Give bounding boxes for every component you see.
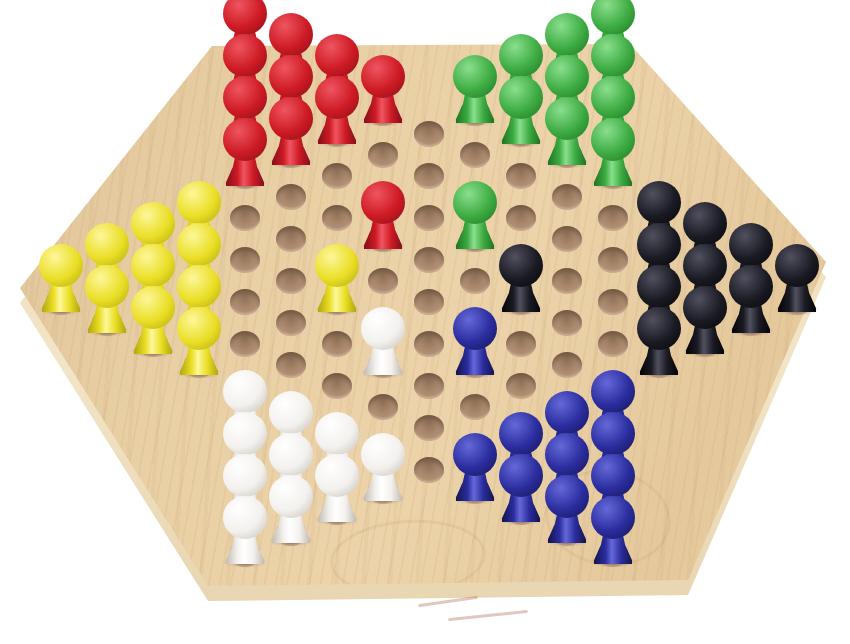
peg-head <box>361 307 405 350</box>
peg-red[interactable] <box>360 55 406 123</box>
peg-head <box>269 97 313 140</box>
peg-head <box>545 13 589 56</box>
peg-red[interactable] <box>222 118 268 186</box>
peg-white[interactable] <box>268 475 314 543</box>
peg-head <box>453 55 497 98</box>
peg-head <box>453 181 497 224</box>
peg-head <box>683 286 727 329</box>
peg-head <box>177 265 221 308</box>
peg-red[interactable] <box>314 76 360 144</box>
peg-head <box>545 97 589 140</box>
peg-head <box>223 118 267 161</box>
peg-head <box>269 13 313 56</box>
peg-green[interactable] <box>544 97 590 165</box>
peg-head <box>223 412 267 455</box>
peg-head <box>499 244 543 287</box>
peg-yellow[interactable] <box>84 265 130 333</box>
peg-head <box>361 181 405 224</box>
peg-head <box>223 454 267 497</box>
peg-head <box>131 286 175 329</box>
peg-head <box>39 244 83 287</box>
peg-head <box>591 118 635 161</box>
peg-head <box>269 391 313 434</box>
peg-black[interactable] <box>728 265 774 333</box>
peg-head <box>361 55 405 98</box>
peg-head <box>315 412 359 455</box>
peg-blue[interactable] <box>498 454 544 522</box>
peg-head <box>315 76 359 119</box>
peg-white[interactable] <box>314 454 360 522</box>
peg-head <box>223 0 267 35</box>
peg-red[interactable] <box>268 97 314 165</box>
peg-head <box>315 244 359 287</box>
peg-head <box>545 55 589 98</box>
peg-head <box>729 265 773 308</box>
peg-head <box>637 181 681 224</box>
peg-head <box>683 202 727 245</box>
peg-yellow[interactable] <box>314 244 360 312</box>
peg-head <box>177 307 221 350</box>
peg-white[interactable] <box>360 433 406 501</box>
peg-yellow[interactable] <box>38 244 84 312</box>
peg-green[interactable] <box>590 118 636 186</box>
peg-red[interactable] <box>360 181 406 249</box>
peg-green[interactable] <box>452 55 498 123</box>
peg-head <box>591 412 635 455</box>
peg-head <box>591 454 635 497</box>
peg-head <box>591 34 635 77</box>
peg-head <box>269 475 313 518</box>
peg-head <box>545 391 589 434</box>
peg-black[interactable] <box>498 244 544 312</box>
peg-head <box>591 370 635 413</box>
peg-head <box>315 34 359 77</box>
peg-head <box>223 496 267 539</box>
peg-head <box>775 244 819 287</box>
peg-head <box>591 496 635 539</box>
peg-blue[interactable] <box>544 475 590 543</box>
peg-green[interactable] <box>498 76 544 144</box>
chinese-checkers-scene <box>0 0 850 644</box>
peg-black[interactable] <box>774 244 820 312</box>
peg-black[interactable] <box>636 307 682 375</box>
peg-head <box>177 181 221 224</box>
peg-head <box>637 307 681 350</box>
pieces-layer <box>0 0 850 644</box>
peg-white[interactable] <box>222 496 268 564</box>
peg-yellow[interactable] <box>176 307 222 375</box>
peg-head <box>499 76 543 119</box>
peg-head <box>591 0 635 35</box>
peg-head <box>591 76 635 119</box>
peg-head <box>683 244 727 287</box>
peg-head <box>637 223 681 266</box>
peg-head <box>499 454 543 497</box>
peg-head <box>85 223 129 266</box>
peg-head <box>499 34 543 77</box>
peg-head <box>361 433 405 476</box>
peg-yellow[interactable] <box>130 286 176 354</box>
peg-head <box>545 433 589 476</box>
peg-white[interactable] <box>360 307 406 375</box>
peg-head <box>545 475 589 518</box>
peg-head <box>223 34 267 77</box>
peg-head <box>131 244 175 287</box>
peg-head <box>177 223 221 266</box>
peg-head <box>637 265 681 308</box>
peg-head <box>453 433 497 476</box>
peg-head <box>269 433 313 476</box>
peg-head <box>223 76 267 119</box>
peg-head <box>315 454 359 497</box>
peg-blue[interactable] <box>452 433 498 501</box>
peg-head <box>131 202 175 245</box>
peg-head <box>729 223 773 266</box>
peg-green[interactable] <box>452 181 498 249</box>
peg-blue[interactable] <box>590 496 636 564</box>
peg-black[interactable] <box>682 286 728 354</box>
peg-blue[interactable] <box>452 307 498 375</box>
peg-head <box>269 55 313 98</box>
peg-head <box>499 412 543 455</box>
peg-head <box>223 370 267 413</box>
peg-head <box>453 307 497 350</box>
peg-head <box>85 265 129 308</box>
